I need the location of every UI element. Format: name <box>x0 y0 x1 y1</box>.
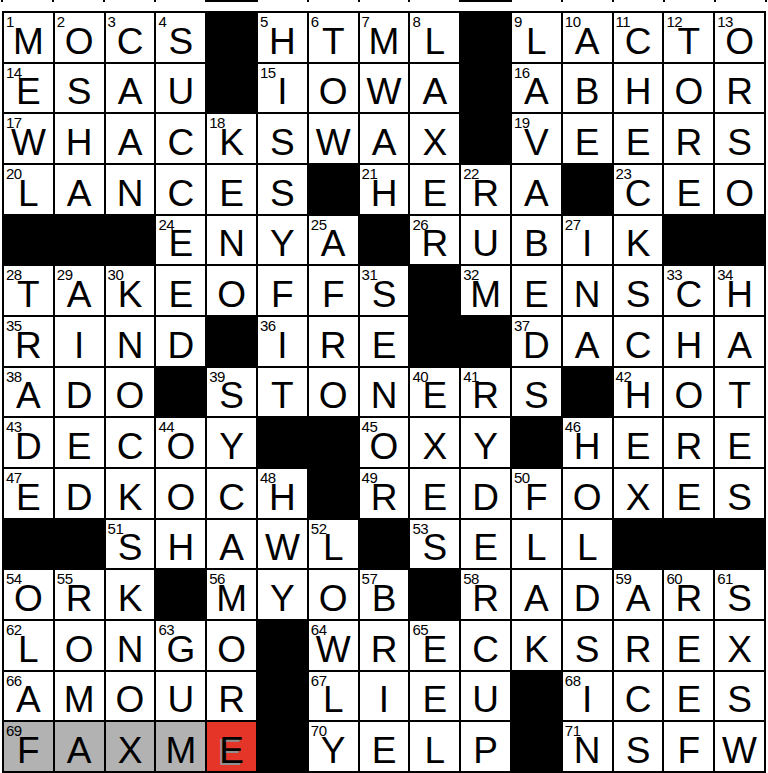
letter-cell-r5c11[interactable]: B <box>512 216 561 265</box>
cell-letter: K <box>207 124 256 161</box>
cell-letter: S <box>258 175 307 212</box>
cell-letter: L <box>512 23 561 60</box>
letter-cell-r9c12[interactable]: 46H <box>563 418 612 467</box>
letter-cell-r4c6[interactable]: S <box>258 165 307 214</box>
letter-cell-r12c8[interactable]: 57B <box>360 570 409 619</box>
letter-cell-r6c15[interactable]: 34H <box>715 266 764 315</box>
cell-letter: S <box>715 479 764 516</box>
letter-cell-r7c1[interactable]: 35R <box>4 317 53 366</box>
black-cell-r7c10 <box>461 317 510 366</box>
cell-letter: E <box>614 124 663 161</box>
letter-cell-r9c4[interactable]: 44O <box>156 418 205 467</box>
letter-cell-r13c15[interactable]: X <box>715 621 764 670</box>
cell-letter: W <box>4 124 53 161</box>
letter-cell-r8c2[interactable]: D <box>55 368 104 417</box>
black-cell-r11c15 <box>715 520 764 569</box>
letter-cell-r10c15[interactable]: S <box>715 469 764 518</box>
cell-letter: X <box>715 631 764 668</box>
cell-letter: O <box>106 681 155 718</box>
letter-cell-r7c3[interactable]: N <box>106 317 155 366</box>
letter-cell-r15c4[interactable]: M <box>156 722 205 771</box>
letter-cell-r11c9[interactable]: 53S <box>410 520 459 569</box>
letter-cell-r10c9[interactable]: E <box>410 469 459 518</box>
black-cell-r2c5 <box>207 64 256 113</box>
cell-letter: H <box>258 479 307 516</box>
cell-letter: O <box>4 580 53 617</box>
cell-letter: U <box>461 681 510 718</box>
letter-cell-r2c14[interactable]: O <box>664 64 713 113</box>
letter-cell-r14c9[interactable]: E <box>410 672 459 721</box>
cropped-ui-fragment <box>0 0 768 2</box>
letter-cell-r8c6[interactable]: T <box>258 368 307 417</box>
letter-cell-r9c2[interactable]: E <box>55 418 104 467</box>
letter-cell-r1c2[interactable]: 2O <box>55 13 104 62</box>
fragment-tick <box>765 0 767 2</box>
letter-cell-r15c12[interactable]: 71N <box>563 722 612 771</box>
letter-cell-r15c7[interactable]: 70Y <box>309 722 358 771</box>
letter-cell-r6c3[interactable]: 30K <box>106 266 155 315</box>
letter-cell-r11c11[interactable]: L <box>512 520 561 569</box>
letter-cell-r2c15[interactable]: R <box>715 64 764 113</box>
cell-letter: O <box>156 428 205 465</box>
letter-cell-r2c4[interactable]: U <box>156 64 205 113</box>
cell-letter: G <box>156 631 205 668</box>
letter-cell-r7c12[interactable]: A <box>563 317 612 366</box>
cell-letter: E <box>410 377 459 414</box>
fragment-black-bar <box>460 0 511 2</box>
letter-cell-r8c10[interactable]: 41R <box>461 368 510 417</box>
letter-cell-r9c1[interactable]: 43D <box>4 418 53 467</box>
letter-cell-r6c1[interactable]: 28T <box>4 266 53 315</box>
cell-letter: E <box>4 73 53 110</box>
letter-cell-r13c4[interactable]: 63G <box>156 621 205 670</box>
letter-cell-r4c4[interactable]: C <box>156 165 205 214</box>
letter-cell-r14c5[interactable]: R <box>207 672 256 721</box>
letter-cell-r12c10[interactable]: 58R <box>461 570 510 619</box>
cell-letter: S <box>614 732 663 769</box>
fragment-tick <box>663 0 665 2</box>
cell-letter: S <box>614 276 663 313</box>
cell-letter: A <box>55 175 104 212</box>
letter-cell-r12c13[interactable]: 59A <box>614 570 663 619</box>
cell-letter: N <box>106 631 155 668</box>
letter-cell-r3c9[interactable]: X <box>410 114 459 163</box>
letter-cell-r13c1[interactable]: 62L <box>4 621 53 670</box>
letter-cell-r1c12[interactable]: 10A <box>563 13 612 62</box>
letter-cell-r2c2[interactable]: S <box>55 64 104 113</box>
cell-letter: S <box>715 124 764 161</box>
cell-letter: C <box>106 428 155 465</box>
letter-cell-r2c1[interactable]: 14E <box>4 64 53 113</box>
letter-cell-r8c8[interactable]: N <box>360 368 409 417</box>
fragment-tick <box>612 0 614 2</box>
letter-cell-r9c10[interactable]: Y <box>461 418 510 467</box>
letter-cell-r1c9[interactable]: 8L <box>410 13 459 62</box>
letter-cell-r13c14[interactable]: E <box>664 621 713 670</box>
letter-cell-r4c8[interactable]: 21H <box>360 165 409 214</box>
letter-cell-r3c3[interactable]: A <box>106 114 155 163</box>
cell-letter: E <box>664 631 713 668</box>
letter-cell-r2c6[interactable]: 15I <box>258 64 307 113</box>
cell-letter: C <box>106 23 155 60</box>
letter-cell-r12c2[interactable]: 55R <box>55 570 104 619</box>
letter-cell-r1c3[interactable]: 3C <box>106 13 155 62</box>
letter-cell-r6c14[interactable]: 33C <box>664 266 713 315</box>
black-cell-r2c10 <box>461 64 510 113</box>
letter-cell-r8c3[interactable]: O <box>106 368 155 417</box>
letter-cell-r6c5[interactable]: O <box>207 266 256 315</box>
letter-cell-r12c6[interactable]: Y <box>258 570 307 619</box>
letter-cell-r6c11[interactable]: E <box>512 266 561 315</box>
letter-cell-r14c1[interactable]: 66A <box>4 672 53 721</box>
cell-letter: I <box>563 681 612 718</box>
letter-cell-r13c13[interactable]: R <box>614 621 663 670</box>
letter-cell-r4c1[interactable]: 20L <box>4 165 53 214</box>
letter-cell-r1c7[interactable]: 6T <box>309 13 358 62</box>
letter-cell-r10c12[interactable]: O <box>563 469 612 518</box>
cell-letter: I <box>258 73 307 110</box>
letter-cell-r10c4[interactable]: O <box>156 469 205 518</box>
letter-cell-r1c1[interactable]: 1M <box>4 13 53 62</box>
fragment-tick <box>103 0 105 2</box>
letter-cell-r15c5[interactable]: E <box>207 722 256 771</box>
cell-letter: I <box>563 225 612 262</box>
letter-cell-r8c7[interactable]: O <box>309 368 358 417</box>
letter-cell-r3c7[interactable]: W <box>309 114 358 163</box>
letter-cell-r4c15[interactable]: O <box>715 165 764 214</box>
crossword-grid[interactable]: 1M2O3C4S5H6T7M8L9L10A11C12T13O14ESAU15IO… <box>2 11 766 773</box>
letter-cell-r7c4[interactable]: D <box>156 317 205 366</box>
letter-cell-r15c8[interactable]: E <box>360 722 409 771</box>
letter-cell-r10c10[interactable]: D <box>461 469 510 518</box>
letter-cell-r14c10[interactable]: U <box>461 672 510 721</box>
letter-cell-r9c9[interactable]: X <box>410 418 459 467</box>
letter-cell-r9c8[interactable]: 45O <box>360 418 409 467</box>
letter-cell-r3c14[interactable]: R <box>664 114 713 163</box>
letter-cell-r12c7[interactable]: O <box>309 570 358 619</box>
cell-letter: C <box>614 175 663 212</box>
cell-letter: R <box>360 631 409 668</box>
letter-cell-r15c15[interactable]: W <box>715 722 764 771</box>
letter-cell-r5c7[interactable]: 25A <box>309 216 358 265</box>
letter-cell-r12c5[interactable]: 56M <box>207 570 256 619</box>
letter-cell-r12c3[interactable]: K <box>106 570 155 619</box>
cell-letter: E <box>410 479 459 516</box>
letter-cell-r10c3[interactable]: K <box>106 469 155 518</box>
letter-cell-r1c6[interactable]: 5H <box>258 13 307 62</box>
letter-cell-r11c5[interactable]: A <box>207 520 256 569</box>
letter-cell-r15c1[interactable]: 69F <box>4 722 53 771</box>
letter-cell-r4c10[interactable]: 22R <box>461 165 510 214</box>
letter-cell-r8c1[interactable]: 38A <box>4 368 53 417</box>
letter-cell-r8c15[interactable]: T <box>715 368 764 417</box>
letter-cell-r2c12[interactable]: B <box>563 64 612 113</box>
letter-cell-r4c9[interactable]: E <box>410 165 459 214</box>
letter-cell-r11c12[interactable]: L <box>563 520 612 569</box>
letter-cell-r11c7[interactable]: 52L <box>309 520 358 569</box>
letter-cell-r13c5[interactable]: O <box>207 621 256 670</box>
cell-letter: A <box>4 377 53 414</box>
letter-cell-r5c9[interactable]: 26R <box>410 216 459 265</box>
letter-cell-r10c1[interactable]: 47E <box>4 469 53 518</box>
cell-letter: M <box>207 580 256 617</box>
letter-cell-r9c13[interactable]: E <box>614 418 663 467</box>
letter-cell-r12c14[interactable]: 60R <box>664 570 713 619</box>
letter-cell-r1c8[interactable]: 7M <box>360 13 409 62</box>
letter-cell-r1c14[interactable]: 12T <box>664 13 713 62</box>
cell-letter: A <box>4 681 53 718</box>
cell-letter: E <box>55 428 104 465</box>
cell-letter: E <box>512 276 561 313</box>
cell-letter: A <box>55 732 104 769</box>
letter-cell-r8c14[interactable]: O <box>664 368 713 417</box>
letter-cell-r15c10[interactable]: P <box>461 722 510 771</box>
letter-cell-r6c10[interactable]: 32M <box>461 266 510 315</box>
cell-letter: I <box>55 327 104 364</box>
cell-letter: L <box>4 631 53 668</box>
letter-cell-r6c4[interactable]: E <box>156 266 205 315</box>
black-cell-r1c10 <box>461 13 510 62</box>
cell-letter: I <box>258 327 307 364</box>
cell-letter: S <box>106 529 155 566</box>
letter-cell-r2c7[interactable]: O <box>309 64 358 113</box>
cell-letter: M <box>156 732 205 769</box>
letter-cell-r10c6[interactable]: 48H <box>258 469 307 518</box>
cell-letter: C <box>156 124 205 161</box>
cell-letter: E <box>207 175 256 212</box>
cell-letter: R <box>664 580 713 617</box>
letter-cell-r8c9[interactable]: 40E <box>410 368 459 417</box>
letter-cell-r10c13[interactable]: X <box>614 469 663 518</box>
cell-letter: R <box>614 631 663 668</box>
letter-cell-r7c8[interactable]: E <box>360 317 409 366</box>
cell-letter: L <box>512 529 561 566</box>
letter-cell-r8c11[interactable]: S <box>512 368 561 417</box>
cell-letter: S <box>55 73 104 110</box>
letter-cell-r14c3[interactable]: O <box>106 672 155 721</box>
black-cell-r4c12 <box>563 165 612 214</box>
letter-cell-r3c1[interactable]: 17W <box>4 114 53 163</box>
letter-cell-r2c13[interactable]: H <box>614 64 663 113</box>
cell-letter: I <box>360 681 409 718</box>
fragment-tick <box>52 0 54 2</box>
letter-cell-r2c3[interactable]: A <box>106 64 155 113</box>
letter-cell-r6c6[interactable]: F <box>258 266 307 315</box>
letter-cell-r5c5[interactable]: N <box>207 216 256 265</box>
letter-cell-r9c14[interactable]: R <box>664 418 713 467</box>
cell-letter: D <box>563 580 612 617</box>
letter-cell-r15c3[interactable]: X <box>106 722 155 771</box>
letter-cell-r12c1[interactable]: 54O <box>4 570 53 619</box>
letter-cell-r15c14[interactable]: F <box>664 722 713 771</box>
cell-letter: Y <box>309 732 358 769</box>
letter-cell-r12c11[interactable]: A <box>512 570 561 619</box>
cell-letter: D <box>512 327 561 364</box>
letter-cell-r7c11[interactable]: 37D <box>512 317 561 366</box>
letter-cell-r14c2[interactable]: M <box>55 672 104 721</box>
black-cell-r5c3 <box>106 216 155 265</box>
cell-letter: E <box>461 529 510 566</box>
letter-cell-r5c13[interactable]: K <box>614 216 663 265</box>
letter-cell-r3c5[interactable]: 18K <box>207 114 256 163</box>
cell-letter: B <box>512 225 561 262</box>
cell-letter: H <box>563 428 612 465</box>
cell-letter: O <box>55 631 104 668</box>
letter-cell-r5c10[interactable]: U <box>461 216 510 265</box>
cell-letter: R <box>360 479 409 516</box>
letter-cell-r7c6[interactable]: 36I <box>258 317 307 366</box>
letter-cell-r1c13[interactable]: 11C <box>614 13 663 62</box>
letter-cell-r7c7[interactable]: R <box>309 317 358 366</box>
letter-cell-r12c12[interactable]: D <box>563 570 612 619</box>
letter-cell-r3c11[interactable]: 19V <box>512 114 561 163</box>
letter-cell-r10c11[interactable]: 50F <box>512 469 561 518</box>
cell-letter: R <box>4 327 53 364</box>
letter-cell-r14c12[interactable]: 68I <box>563 672 612 721</box>
letter-cell-r11c4[interactable]: H <box>156 520 205 569</box>
letter-cell-r10c2[interactable]: D <box>55 469 104 518</box>
cell-letter: O <box>207 276 256 313</box>
cell-letter: F <box>258 276 307 313</box>
letter-cell-r13c8[interactable]: R <box>360 621 409 670</box>
cell-letter: W <box>715 732 764 769</box>
letter-cell-r13c7[interactable]: 64W <box>309 621 358 670</box>
letter-cell-r5c4[interactable]: 24E <box>156 216 205 265</box>
letter-cell-r1c11[interactable]: 9L <box>512 13 561 62</box>
black-cell-r15c11 <box>512 722 561 771</box>
letter-cell-r8c5[interactable]: 39S <box>207 368 256 417</box>
letter-cell-r3c2[interactable]: H <box>55 114 104 163</box>
cell-letter: O <box>309 377 358 414</box>
letter-cell-r13c11[interactable]: K <box>512 621 561 670</box>
cell-letter: A <box>55 276 104 313</box>
letter-cell-r11c3[interactable]: 51S <box>106 520 155 569</box>
letter-cell-r3c12[interactable]: E <box>563 114 612 163</box>
letter-cell-r10c5[interactable]: C <box>207 469 256 518</box>
letter-cell-r5c6[interactable]: Y <box>258 216 307 265</box>
letter-cell-r4c3[interactable]: N <box>106 165 155 214</box>
cell-letter: L <box>4 175 53 212</box>
letter-cell-r3c8[interactable]: A <box>360 114 409 163</box>
cell-letter: N <box>106 175 155 212</box>
fragment-tick <box>307 0 309 2</box>
letter-cell-r6c7[interactable]: F <box>309 266 358 315</box>
letter-cell-r4c5[interactable]: E <box>207 165 256 214</box>
cell-letter: V <box>512 124 561 161</box>
cell-letter: F <box>512 479 561 516</box>
cell-letter: O <box>309 73 358 110</box>
letter-cell-r9c3[interactable]: C <box>106 418 155 467</box>
letter-cell-r12c15[interactable]: 61S <box>715 570 764 619</box>
letter-cell-r6c12[interactable]: N <box>563 266 612 315</box>
letter-cell-r7c15[interactable]: A <box>715 317 764 366</box>
cell-letter: B <box>360 580 409 617</box>
letter-cell-r1c4[interactable]: 4S <box>156 13 205 62</box>
black-cell-r7c5 <box>207 317 256 366</box>
letter-cell-r11c6[interactable]: W <box>258 520 307 569</box>
cell-letter: A <box>512 580 561 617</box>
black-cell-r5c15 <box>715 216 764 265</box>
cell-letter: E <box>664 681 713 718</box>
letter-cell-r3c6[interactable]: S <box>258 114 307 163</box>
letter-cell-r13c2[interactable]: O <box>55 621 104 670</box>
letter-cell-r13c3[interactable]: N <box>106 621 155 670</box>
cell-letter: S <box>258 124 307 161</box>
letter-cell-r4c2[interactable]: A <box>55 165 104 214</box>
cell-letter: R <box>461 580 510 617</box>
letter-cell-r9c5[interactable]: Y <box>207 418 256 467</box>
letter-cell-r9c15[interactable]: E <box>715 418 764 467</box>
letter-cell-r6c8[interactable]: 31S <box>360 266 409 315</box>
letter-cell-r4c11[interactable]: A <box>512 165 561 214</box>
letter-cell-r6c13[interactable]: S <box>614 266 663 315</box>
letter-cell-r2c11[interactable]: 16A <box>512 64 561 113</box>
letter-cell-r1c15[interactable]: 13O <box>715 13 764 62</box>
letter-cell-r2c8[interactable]: W <box>360 64 409 113</box>
letter-cell-r2c9[interactable]: A <box>410 64 459 113</box>
black-cell-r11c13 <box>614 520 663 569</box>
cell-letter: E <box>156 276 205 313</box>
cell-letter: E <box>614 428 663 465</box>
letter-cell-r3c4[interactable]: C <box>156 114 205 163</box>
letter-cell-r14c13[interactable]: C <box>614 672 663 721</box>
cell-letter: K <box>614 225 663 262</box>
letter-cell-r4c14[interactable]: E <box>664 165 713 214</box>
cell-letter: O <box>664 377 713 414</box>
letter-cell-r15c13[interactable]: S <box>614 722 663 771</box>
cell-letter: S <box>360 276 409 313</box>
letter-cell-r14c15[interactable]: S <box>715 672 764 721</box>
black-cell-r5c1 <box>4 216 53 265</box>
letter-cell-r7c13[interactable]: C <box>614 317 663 366</box>
letter-cell-r15c2[interactable]: A <box>55 722 104 771</box>
letter-cell-r13c9[interactable]: 65E <box>410 621 459 670</box>
cell-letter: X <box>106 732 155 769</box>
letter-cell-r11c10[interactable]: E <box>461 520 510 569</box>
letter-cell-r14c4[interactable]: U <box>156 672 205 721</box>
letter-cell-r14c7[interactable]: 67L <box>309 672 358 721</box>
letter-cell-r5c12[interactable]: 27I <box>563 216 612 265</box>
letter-cell-r13c10[interactable]: C <box>461 621 510 670</box>
cell-letter: R <box>664 124 713 161</box>
letter-cell-r14c8[interactable]: I <box>360 672 409 721</box>
cell-letter: O <box>360 428 409 465</box>
cell-letter: B <box>563 73 612 110</box>
cell-letter: S <box>512 377 561 414</box>
cell-letter: F <box>4 732 53 769</box>
letter-cell-r6c2[interactable]: 29A <box>55 266 104 315</box>
letter-cell-r7c2[interactable]: I <box>55 317 104 366</box>
letter-cell-r14c14[interactable]: E <box>664 672 713 721</box>
letter-cell-r4c13[interactable]: 23C <box>614 165 663 214</box>
cell-letter: N <box>360 377 409 414</box>
cell-letter: H <box>55 124 104 161</box>
letter-cell-r15c9[interactable]: L <box>410 722 459 771</box>
letter-cell-r7c14[interactable]: H <box>664 317 713 366</box>
letter-cell-r13c12[interactable]: S <box>563 621 612 670</box>
letter-cell-r10c14[interactable]: E <box>664 469 713 518</box>
letter-cell-r8c13[interactable]: 42H <box>614 368 663 417</box>
black-cell-r3c10 <box>461 114 510 163</box>
cell-letter: R <box>309 327 358 364</box>
cell-letter: C <box>614 327 663 364</box>
cell-letter: A <box>614 580 663 617</box>
letter-cell-r10c8[interactable]: 49R <box>360 469 409 518</box>
letter-cell-r3c15[interactable]: S <box>715 114 764 163</box>
black-cell-r8c4 <box>156 368 205 417</box>
letter-cell-r3c13[interactable]: E <box>614 114 663 163</box>
black-cell-r9c7 <box>309 418 358 467</box>
